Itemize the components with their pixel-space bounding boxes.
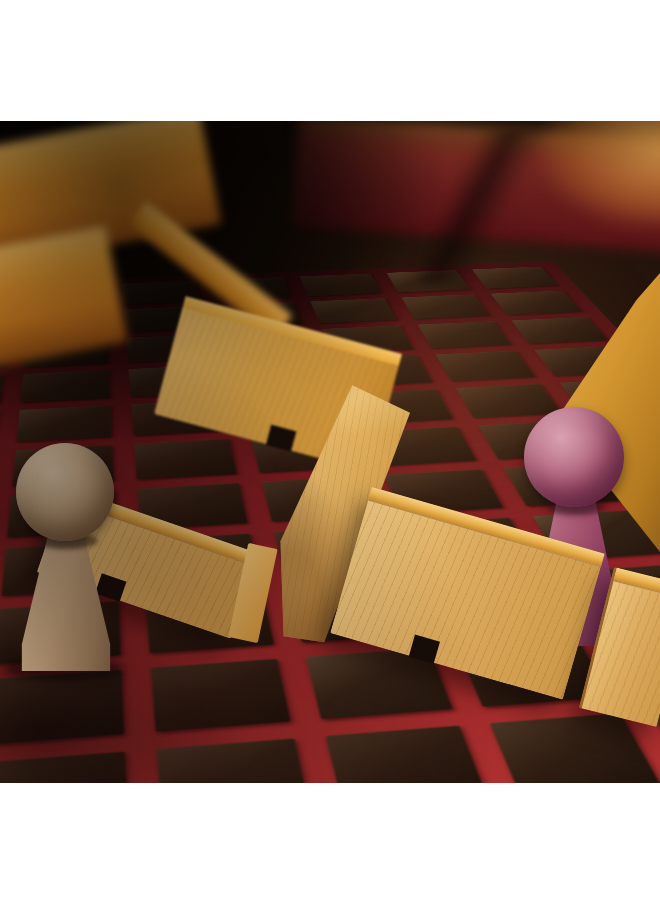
pawn-burgundy-head <box>524 407 624 507</box>
background-glow <box>545 121 660 224</box>
board-square[interactable] <box>489 713 659 783</box>
page <box>0 0 660 904</box>
quoridor-photo <box>0 121 660 783</box>
board-square[interactable] <box>134 439 237 480</box>
pawn-natural-body <box>20 537 112 671</box>
board-square[interactable] <box>325 726 487 783</box>
pawn-natural[interactable] <box>8 435 124 685</box>
pawn-natural-head <box>16 443 114 541</box>
